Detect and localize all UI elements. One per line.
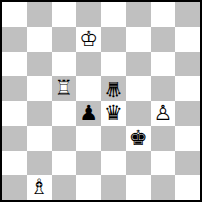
square-c8[interactable] (52, 2, 77, 27)
square-a6[interactable] (2, 52, 27, 77)
square-a8[interactable] (2, 2, 27, 27)
square-f4[interactable] (126, 101, 151, 126)
white-piece-outline: ♖ (54, 76, 73, 100)
square-g3[interactable] (151, 126, 176, 151)
square-a3[interactable] (2, 126, 27, 151)
square-c2[interactable] (52, 151, 77, 176)
square-h3[interactable] (175, 126, 200, 151)
square-e4[interactable]: ♛ (101, 101, 126, 126)
square-g8[interactable] (151, 2, 176, 27)
square-d2[interactable] (76, 151, 101, 176)
square-f5[interactable] (126, 76, 151, 101)
piece-black-queen: ♛ (104, 103, 123, 124)
square-g6[interactable] (151, 52, 176, 77)
square-h7[interactable] (175, 27, 200, 52)
square-f6[interactable] (126, 52, 151, 77)
white-piece-outline: ♔ (79, 27, 98, 51)
square-g5[interactable] (151, 76, 176, 101)
square-d6[interactable] (76, 52, 101, 77)
square-d3[interactable] (76, 126, 101, 151)
square-b8[interactable] (27, 2, 52, 27)
square-b6[interactable] (27, 52, 52, 77)
square-f7[interactable] (126, 27, 151, 52)
piece-white-rook: ♜♖ (54, 78, 73, 99)
square-h2[interactable] (175, 151, 200, 176)
square-c3[interactable] (52, 126, 77, 151)
square-e1[interactable] (101, 175, 126, 200)
piece-white-king: ♚♔ (79, 29, 98, 50)
square-d7[interactable]: ♚♔ (76, 27, 101, 52)
square-e6[interactable] (101, 52, 126, 77)
square-b1[interactable]: ♝♗ (27, 175, 52, 200)
piece-black-pawn: ♟ (79, 103, 98, 124)
square-e2[interactable] (101, 151, 126, 176)
square-a1[interactable] (2, 175, 27, 200)
square-f8[interactable] (126, 2, 151, 27)
white-piece-outline: ♗ (30, 175, 49, 199)
square-d8[interactable] (76, 2, 101, 27)
square-g1[interactable] (151, 175, 176, 200)
square-c7[interactable] (52, 27, 77, 52)
piece-black-king: ♚ (129, 128, 148, 149)
square-d1[interactable] (76, 175, 101, 200)
square-a2[interactable] (2, 151, 27, 176)
piece-black-queen-inverted-grasshopper: ♛ (104, 78, 123, 99)
square-e8[interactable] (101, 2, 126, 27)
square-h5[interactable] (175, 76, 200, 101)
square-f1[interactable] (126, 175, 151, 200)
square-g2[interactable] (151, 151, 176, 176)
square-b7[interactable] (27, 27, 52, 52)
square-h4[interactable] (175, 101, 200, 126)
piece-white-pawn: ♟♙ (153, 103, 172, 124)
square-a5[interactable] (2, 76, 27, 101)
square-g4[interactable]: ♟♙ (151, 101, 176, 126)
square-c6[interactable] (52, 52, 77, 77)
square-b5[interactable] (27, 76, 52, 101)
chess-board: ♚♔♜♖♛♟♛♟♙♚♝♗ (0, 0, 202, 202)
square-h6[interactable] (175, 52, 200, 77)
piece-white-bishop: ♝♗ (30, 177, 49, 198)
square-h1[interactable] (175, 175, 200, 200)
square-a7[interactable] (2, 27, 27, 52)
square-c5[interactable]: ♜♖ (52, 76, 77, 101)
square-e3[interactable] (101, 126, 126, 151)
square-d5[interactable] (76, 76, 101, 101)
square-e5[interactable]: ♛ (101, 76, 126, 101)
square-d4[interactable]: ♟ (76, 101, 101, 126)
square-f2[interactable] (126, 151, 151, 176)
chess-board-grid: ♚♔♜♖♛♟♛♟♙♚♝♗ (2, 2, 200, 200)
square-b2[interactable] (27, 151, 52, 176)
square-b4[interactable] (27, 101, 52, 126)
square-f3[interactable]: ♚ (126, 126, 151, 151)
square-h8[interactable] (175, 2, 200, 27)
square-g7[interactable] (151, 27, 176, 52)
white-piece-outline: ♙ (153, 101, 172, 125)
square-a4[interactable] (2, 101, 27, 126)
square-e7[interactable] (101, 27, 126, 52)
square-c1[interactable] (52, 175, 77, 200)
square-c4[interactable] (52, 101, 77, 126)
square-b3[interactable] (27, 126, 52, 151)
